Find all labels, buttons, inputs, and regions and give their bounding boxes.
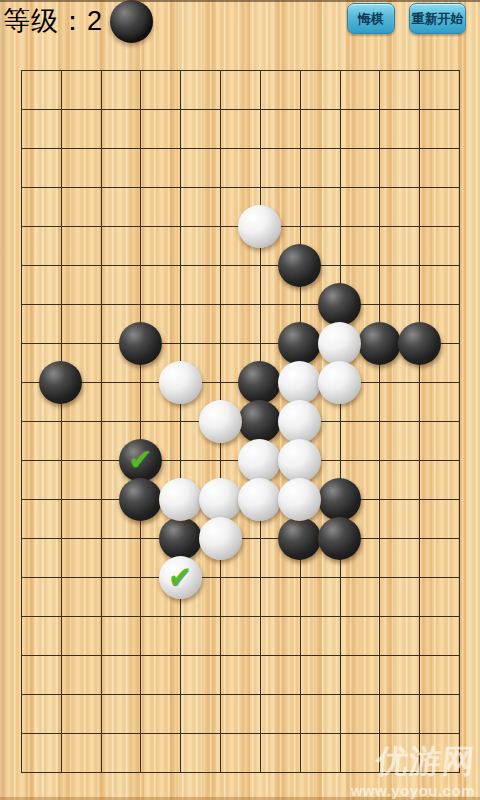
grid-hline xyxy=(21,70,460,71)
stone-black xyxy=(119,322,162,365)
grid-hline xyxy=(21,304,460,305)
grid-hline xyxy=(21,109,460,110)
stone-white xyxy=(238,439,281,482)
stone-black xyxy=(278,322,321,365)
grid-hline xyxy=(21,148,460,149)
stone-black xyxy=(238,361,281,404)
grid-hline xyxy=(21,655,460,656)
top-edge-shade xyxy=(0,0,480,2)
board[interactable]: ✔✔ xyxy=(21,70,460,773)
stone-black: ✔ xyxy=(119,439,162,482)
grid-hline xyxy=(21,694,460,695)
level-text: 等级：2 xyxy=(3,3,103,39)
stone-white: ✔ xyxy=(159,556,202,599)
last-move-check-icon: ✔ xyxy=(119,439,162,482)
stone-white xyxy=(318,361,361,404)
restart-button[interactable]: 重新开始 xyxy=(409,3,466,34)
stone-black xyxy=(238,400,281,443)
stone-white xyxy=(238,478,281,521)
stone-black xyxy=(278,244,321,287)
stone-white xyxy=(318,322,361,365)
stone-white xyxy=(199,517,242,560)
stone-black xyxy=(159,517,202,560)
stone-white xyxy=(278,361,321,404)
last-move-check-icon: ✔ xyxy=(159,556,202,599)
gomoku-app: 等级：2 悔棋 重新开始 ✔✔ 优游网 www.yoyou.com xyxy=(0,0,480,800)
undo-button[interactable]: 悔棋 xyxy=(347,3,395,34)
stone-black xyxy=(358,322,401,365)
stone-black xyxy=(278,517,321,560)
stone-white xyxy=(199,400,242,443)
current-turn-black-stone xyxy=(110,0,153,43)
stone-black xyxy=(318,283,361,326)
grid-hline xyxy=(21,577,460,578)
stone-white xyxy=(238,205,281,248)
stone-white xyxy=(199,478,242,521)
stone-white xyxy=(159,361,202,404)
left-edge-shade xyxy=(0,0,10,800)
header: 等级：2 悔棋 重新开始 xyxy=(0,0,480,56)
grid-hline xyxy=(21,265,460,266)
stone-white xyxy=(159,478,202,521)
grid-hline xyxy=(21,187,460,188)
stone-white xyxy=(278,439,321,482)
grid-hline xyxy=(21,733,460,734)
stone-white xyxy=(278,478,321,521)
stone-black xyxy=(398,322,441,365)
watermark-site-url: www.yoyou.com xyxy=(351,782,475,799)
watermark-site-name: 优游网 xyxy=(374,740,477,784)
stone-black xyxy=(39,361,82,404)
stone-black xyxy=(318,478,361,521)
grid-hline xyxy=(21,616,460,617)
level-value: 2 xyxy=(87,6,103,36)
level-label: 等级： xyxy=(3,6,87,36)
stone-black xyxy=(318,517,361,560)
stone-white xyxy=(278,400,321,443)
stone-black xyxy=(119,478,162,521)
